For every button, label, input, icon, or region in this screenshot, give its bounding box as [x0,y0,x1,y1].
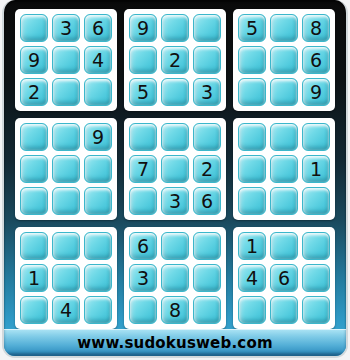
cell-r9c5[interactable]: 8 [161,296,189,324]
cell-r1c7[interactable]: 5 [238,14,266,42]
cell-r3c7[interactable] [238,78,266,106]
website-bar: www.sudokusweb.com [4,329,346,356]
cell-r2c6[interactable] [193,46,221,74]
cell-r5c9[interactable]: 1 [302,155,330,183]
website-url: www.sudokusweb.com [77,334,272,352]
cell-r8c2[interactable] [52,264,80,292]
cell-r5c2[interactable] [52,155,80,183]
cell-r3c2[interactable] [52,78,80,106]
cell-r4c5[interactable] [161,123,189,151]
cell-r2c4[interactable] [129,46,157,74]
box-6: 1 [233,118,335,220]
cell-r5c7[interactable] [238,155,266,183]
cell-r6c3[interactable] [84,187,112,215]
cell-r9c4[interactable] [129,296,157,324]
cell-r8c9[interactable] [302,264,330,292]
cell-r2c5[interactable]: 2 [161,46,189,74]
cell-r4c1[interactable] [20,123,48,151]
cell-r6c7[interactable] [238,187,266,215]
box-5: 7236 [124,118,226,220]
cell-r2c1[interactable]: 9 [20,46,48,74]
cell-r6c1[interactable] [20,187,48,215]
cell-r8c7[interactable]: 4 [238,264,266,292]
cell-r4c2[interactable] [52,123,80,151]
cell-r7c7[interactable]: 1 [238,232,266,260]
cell-r4c7[interactable] [238,123,266,151]
cell-r2c3[interactable]: 4 [84,46,112,74]
cell-r8c5[interactable] [161,264,189,292]
cell-r6c4[interactable] [129,187,157,215]
box-4: 9 [15,118,117,220]
cell-r2c7[interactable] [238,46,266,74]
cell-r4c6[interactable] [193,123,221,151]
cell-r7c2[interactable] [52,232,80,260]
cell-r7c8[interactable] [270,232,298,260]
cell-r1c9[interactable]: 8 [302,14,330,42]
cell-r5c3[interactable] [84,155,112,183]
box-2: 9253 [124,9,226,111]
cell-r2c8[interactable] [270,46,298,74]
cell-r7c3[interactable] [84,232,112,260]
cell-r3c5[interactable] [161,78,189,106]
cell-r9c7[interactable] [238,296,266,324]
cell-r4c3[interactable]: 9 [84,123,112,151]
cell-r5c1[interactable] [20,155,48,183]
cell-r3c6[interactable]: 3 [193,78,221,106]
box-9: 146 [233,227,335,329]
cell-r9c1[interactable] [20,296,48,324]
cell-r8c3[interactable] [84,264,112,292]
cell-r6c8[interactable] [270,187,298,215]
cell-r3c3[interactable] [84,78,112,106]
box-8: 638 [124,227,226,329]
cell-r3c9[interactable]: 9 [302,78,330,106]
cell-r1c3[interactable]: 6 [84,14,112,42]
cell-r5c8[interactable] [270,155,298,183]
cell-r5c6[interactable]: 2 [193,155,221,183]
cell-r1c6[interactable] [193,14,221,42]
cell-r9c9[interactable] [302,296,330,324]
cell-r9c6[interactable] [193,296,221,324]
cell-r7c9[interactable] [302,232,330,260]
cell-r1c4[interactable]: 9 [129,14,157,42]
cell-r8c1[interactable]: 1 [20,264,48,292]
cell-r2c2[interactable] [52,46,80,74]
sudoku-widget: 369429253586997236114638146 www.sudokusw… [2,0,348,358]
cell-r5c4[interactable]: 7 [129,155,157,183]
cell-r3c8[interactable] [270,78,298,106]
cell-r5c5[interactable] [161,155,189,183]
cell-r7c4[interactable]: 6 [129,232,157,260]
cell-r9c3[interactable] [84,296,112,324]
cell-r8c4[interactable]: 3 [129,264,157,292]
cell-r9c2[interactable]: 4 [52,296,80,324]
cell-r9c8[interactable] [270,296,298,324]
cell-r3c1[interactable]: 2 [20,78,48,106]
cell-r1c2[interactable]: 3 [52,14,80,42]
cell-r4c9[interactable] [302,123,330,151]
cell-r3c4[interactable]: 5 [129,78,157,106]
cell-r1c5[interactable] [161,14,189,42]
box-7: 14 [15,227,117,329]
cell-r7c1[interactable] [20,232,48,260]
cell-r7c6[interactable] [193,232,221,260]
cell-r6c2[interactable] [52,187,80,215]
cell-r4c8[interactable] [270,123,298,151]
cell-r1c8[interactable] [270,14,298,42]
box-1: 36942 [15,9,117,111]
cell-r6c5[interactable]: 3 [161,187,189,215]
cell-r8c8[interactable]: 6 [270,264,298,292]
cell-r7c5[interactable] [161,232,189,260]
cell-r6c6[interactable]: 6 [193,187,221,215]
cell-r6c9[interactable] [302,187,330,215]
cell-r1c1[interactable] [20,14,48,42]
cell-r8c6[interactable] [193,264,221,292]
cell-r4c4[interactable] [129,123,157,151]
sudoku-board: 369429253586997236114638146 [15,9,335,329]
box-3: 5869 [233,9,335,111]
cell-r2c9[interactable]: 6 [302,46,330,74]
